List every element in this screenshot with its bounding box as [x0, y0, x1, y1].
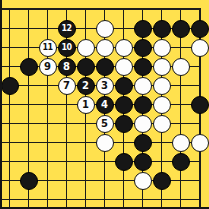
- move-number: 3: [101, 81, 108, 91]
- black-stone: [172, 153, 190, 171]
- black-stone: [191, 20, 209, 38]
- black-stone: [134, 153, 152, 171]
- board-point-0-6[interactable]: [0, 114, 19, 133]
- board-point-5-4[interactable]: 3: [95, 76, 114, 95]
- board-point-9-3[interactable]: [171, 57, 190, 76]
- black-stone: [134, 134, 152, 152]
- white-stone-move-5: 5: [96, 115, 114, 133]
- board-point-9-5[interactable]: [171, 95, 190, 114]
- board-point-7-5[interactable]: [133, 95, 152, 114]
- move-number: 12: [61, 25, 71, 33]
- board-point-4-7[interactable]: [76, 133, 95, 152]
- white-stone: [134, 115, 152, 133]
- board-point-0-2[interactable]: [0, 38, 19, 57]
- board-point-6-7[interactable]: [114, 133, 133, 152]
- board-point-4-4[interactable]: 2: [76, 76, 95, 95]
- black-stone: [20, 58, 38, 76]
- board-point-0-7[interactable]: [0, 133, 19, 152]
- black-stone: [153, 20, 171, 38]
- board-point-9-2[interactable]: [171, 38, 190, 57]
- white-stone-move-9: 9: [39, 58, 57, 76]
- black-stone-move-12: 12: [58, 20, 76, 38]
- white-stone: [153, 39, 171, 57]
- white-stone: [115, 39, 133, 57]
- board-point-0-0[interactable]: [0, 0, 19, 19]
- board-point-4-3[interactable]: [76, 57, 95, 76]
- board-point-2-7[interactable]: [38, 133, 57, 152]
- board-point-7-8[interactable]: [133, 152, 152, 171]
- move-number: 1: [82, 100, 89, 110]
- board-point-9-1[interactable]: [171, 19, 190, 38]
- black-stone-move-4: 4: [96, 96, 114, 114]
- board-point-1-5[interactable]: [19, 95, 38, 114]
- image-frame-bottom: [0, 207, 209, 209]
- board-point-10-1[interactable]: [190, 19, 209, 38]
- white-stone: [172, 58, 190, 76]
- board-point-8-3[interactable]: [152, 57, 171, 76]
- white-stone-move-11: 11: [39, 39, 57, 57]
- board-point-6-3[interactable]: [114, 57, 133, 76]
- white-stone: [191, 39, 209, 57]
- board-point-9-7[interactable]: [171, 133, 190, 152]
- board-point-5-1[interactable]: [95, 19, 114, 38]
- board-point-2-0[interactable]: [38, 0, 57, 19]
- board-point-0-5[interactable]: [0, 95, 19, 114]
- black-stone: [1, 77, 19, 95]
- board-point-2-5[interactable]: [38, 95, 57, 114]
- white-stone: [115, 58, 133, 76]
- black-stone: [115, 77, 133, 95]
- board-point-5-6[interactable]: 5: [95, 114, 114, 133]
- black-stone-move-8: 8: [58, 58, 76, 76]
- board-point-4-8[interactable]: [76, 152, 95, 171]
- white-stone-move-1: 1: [77, 96, 95, 114]
- board-point-4-6[interactable]: [76, 114, 95, 133]
- board-point-3-6[interactable]: [57, 114, 76, 133]
- board-point-9-8[interactable]: [171, 152, 190, 171]
- white-stone: [77, 39, 95, 57]
- white-stone: [153, 96, 171, 114]
- board-point-10-2[interactable]: [190, 38, 209, 57]
- black-stone: [134, 96, 152, 114]
- move-number: 10: [61, 44, 71, 52]
- board-point-1-6[interactable]: [19, 114, 38, 133]
- board-point-10-7[interactable]: [190, 133, 209, 152]
- board-point-2-8[interactable]: [38, 152, 57, 171]
- board-point-10-5[interactable]: [190, 95, 209, 114]
- black-stone: [115, 153, 133, 171]
- white-stone-move-7: 7: [58, 77, 76, 95]
- board-point-3-9[interactable]: [57, 171, 76, 190]
- board-point-8-7[interactable]: [152, 133, 171, 152]
- board-point-1-0[interactable]: [19, 0, 38, 19]
- move-number: 5: [101, 119, 108, 129]
- board-point-1-2[interactable]: [19, 38, 38, 57]
- move-number: 7: [63, 81, 70, 91]
- board-point-7-3[interactable]: [133, 57, 152, 76]
- board-point-0-4[interactable]: [0, 76, 19, 95]
- white-stone: [134, 77, 152, 95]
- board-point-3-3[interactable]: 8: [57, 57, 76, 76]
- board-point-3-4[interactable]: 7: [57, 76, 76, 95]
- board-point-5-3[interactable]: [95, 57, 114, 76]
- board-point-9-9[interactable]: [171, 171, 190, 190]
- board-point-1-7[interactable]: [19, 133, 38, 152]
- board-point-5-9[interactable]: [95, 171, 114, 190]
- black-stone: [115, 96, 133, 114]
- white-stone-move-3: 3: [96, 77, 114, 95]
- board-point-8-5[interactable]: [152, 95, 171, 114]
- white-stone: [153, 77, 171, 95]
- board-point-3-0[interactable]: [57, 0, 76, 19]
- board-point-3-7[interactable]: [57, 133, 76, 152]
- board-point-5-2[interactable]: [95, 38, 114, 57]
- board-point-8-9[interactable]: [152, 171, 171, 190]
- move-number: 8: [63, 62, 70, 72]
- move-number: 4: [101, 100, 108, 110]
- black-stone: [115, 115, 133, 133]
- board-point-5-5[interactable]: 4: [95, 95, 114, 114]
- board-point-2-2[interactable]: 11: [38, 38, 57, 57]
- board-point-7-1[interactable]: [133, 19, 152, 38]
- board-point-6-6[interactable]: [114, 114, 133, 133]
- white-stone: [96, 39, 114, 57]
- white-stone: [96, 134, 114, 152]
- board-point-6-2[interactable]: [114, 38, 133, 57]
- board-point-5-8[interactable]: [95, 152, 114, 171]
- board-point-10-6[interactable]: [190, 114, 209, 133]
- board-point-7-7[interactable]: [133, 133, 152, 152]
- board-point-2-1[interactable]: [38, 19, 57, 38]
- white-stone: [153, 115, 171, 133]
- board-point-10-0[interactable]: [190, 0, 209, 19]
- black-stone: [172, 20, 190, 38]
- board-point-4-5[interactable]: 1: [76, 95, 95, 114]
- black-stone: [134, 20, 152, 38]
- black-stone: [77, 58, 95, 76]
- white-stone: [153, 58, 171, 76]
- black-stone: [153, 172, 171, 190]
- board-point-8-0[interactable]: [152, 0, 171, 19]
- move-number: 2: [82, 81, 89, 91]
- board-point-10-3[interactable]: [190, 57, 209, 76]
- board-point-1-8[interactable]: [19, 152, 38, 171]
- board-point-10-9[interactable]: [190, 171, 209, 190]
- move-number: 9: [44, 62, 51, 72]
- image-frame-left: [0, 0, 2, 209]
- board-point-3-1[interactable]: 12: [57, 19, 76, 38]
- board-point-6-8[interactable]: [114, 152, 133, 171]
- board-point-8-1[interactable]: [152, 19, 171, 38]
- board-point-6-4[interactable]: [114, 76, 133, 95]
- board-point-4-0[interactable]: [76, 0, 95, 19]
- board-point-1-9[interactable]: [19, 171, 38, 190]
- board-point-7-6[interactable]: [133, 114, 152, 133]
- board-point-6-1[interactable]: [114, 19, 133, 38]
- black-stone: [134, 58, 152, 76]
- board-point-7-4[interactable]: [133, 76, 152, 95]
- move-number: 11: [42, 44, 52, 52]
- board-point-1-4[interactable]: [19, 76, 38, 95]
- white-stone: [96, 20, 114, 38]
- black-stone: [20, 172, 38, 190]
- black-stone-move-10: 10: [58, 39, 76, 57]
- board-point-9-4[interactable]: [171, 76, 190, 95]
- board-point-3-2[interactable]: 10: [57, 38, 76, 57]
- board-point-3-5[interactable]: [57, 95, 76, 114]
- board-point-6-5[interactable]: [114, 95, 133, 114]
- board-point-3-8[interactable]: [57, 152, 76, 171]
- board-point-9-0[interactable]: [171, 0, 190, 19]
- white-stone: [134, 172, 152, 190]
- white-stone: [191, 134, 209, 152]
- black-stone: [134, 39, 152, 57]
- board-point-5-7[interactable]: [95, 133, 114, 152]
- board-point-4-9[interactable]: [76, 171, 95, 190]
- board-point-2-3[interactable]: 9: [38, 57, 57, 76]
- board-point-2-6[interactable]: [38, 114, 57, 133]
- board-point-8-2[interactable]: [152, 38, 171, 57]
- board-point-8-6[interactable]: [152, 114, 171, 133]
- board-point-6-9[interactable]: [114, 171, 133, 190]
- board-point-4-1[interactable]: [76, 19, 95, 38]
- board-point-8-8[interactable]: [152, 152, 171, 171]
- board-point-1-1[interactable]: [19, 19, 38, 38]
- black-stone-move-2: 2: [77, 77, 95, 95]
- white-stone: [172, 134, 190, 152]
- board-point-6-0[interactable]: [114, 0, 133, 19]
- go-diagram: 12111098723145: [0, 0, 209, 209]
- board-point-10-4[interactable]: [190, 76, 209, 95]
- board-point-7-2[interactable]: [133, 38, 152, 57]
- board-point-9-6[interactable]: [171, 114, 190, 133]
- board-point-2-4[interactable]: [38, 76, 57, 95]
- board-point-7-0[interactable]: [133, 0, 152, 19]
- board-point-2-9[interactable]: [38, 171, 57, 190]
- board-point-0-8[interactable]: [0, 152, 19, 171]
- go-board: 12111098723145: [0, 0, 209, 209]
- board-point-10-8[interactable]: [190, 152, 209, 171]
- black-stone: [96, 58, 114, 76]
- board-point-0-1[interactable]: [0, 19, 19, 38]
- board-point-0-9[interactable]: [0, 171, 19, 190]
- board-point-0-3[interactable]: [0, 57, 19, 76]
- board-point-1-3[interactable]: [19, 57, 38, 76]
- board-point-8-4[interactable]: [152, 76, 171, 95]
- black-stone: [191, 96, 209, 114]
- board-point-5-0[interactable]: [95, 0, 114, 19]
- board-point-4-2[interactable]: [76, 38, 95, 57]
- board-point-7-9[interactable]: [133, 171, 152, 190]
